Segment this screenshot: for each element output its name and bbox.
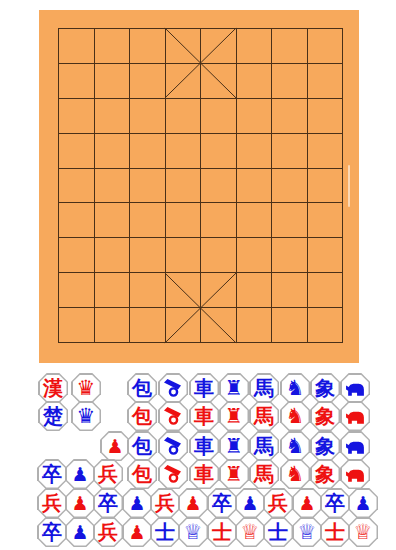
board-cell xyxy=(308,64,344,99)
board-cell xyxy=(59,273,95,308)
tray-piece-pawn-char-zu-blue[interactable]: 卒 xyxy=(93,488,123,518)
tray-piece-pawn-icon-blue[interactable]: ♟ xyxy=(65,459,95,489)
tray-piece-elephant-char-blue[interactable]: 象 xyxy=(310,373,340,403)
advisor-icon-glyph: ♕ xyxy=(241,522,260,543)
cannon-char-glyph: 包 xyxy=(132,436,152,456)
pawn-char-zu-glyph: 卒 xyxy=(325,493,345,513)
pawn-char-bing-glyph: 兵 xyxy=(155,493,175,513)
board-cell xyxy=(272,134,308,169)
board-cell xyxy=(166,134,202,169)
board-cell xyxy=(237,29,273,64)
tray-piece-pawn-char-zu-blue[interactable]: 卒 xyxy=(320,488,350,518)
chariot-char-glyph: 車 xyxy=(194,378,214,398)
board-cell xyxy=(95,99,131,134)
tray-piece-knight-icon-red[interactable]: ♞ xyxy=(280,401,310,431)
board-cell xyxy=(130,29,166,64)
tray-piece-elephant-char-red[interactable]: 象 xyxy=(310,401,340,431)
pawn-char-bing-glyph: 兵 xyxy=(42,493,62,513)
tray-piece-advisor-char-blue[interactable]: 士 xyxy=(150,517,180,547)
board-cell xyxy=(59,99,95,134)
board-cell xyxy=(308,169,344,204)
tray-piece-cannon-icon-red[interactable] xyxy=(158,401,188,431)
elephant-char-glyph: 象 xyxy=(315,406,335,426)
tray-piece-pawn-char-bing-red[interactable]: 兵 xyxy=(93,517,123,547)
tray-piece-pawn-char-bing-red[interactable]: 兵 xyxy=(37,488,67,518)
board-cell xyxy=(95,308,131,343)
chariot-char-glyph: 車 xyxy=(194,464,214,484)
board-cell xyxy=(237,238,273,273)
pawn-icon-glyph: ♟ xyxy=(354,494,371,513)
board-cell xyxy=(59,64,95,99)
advisor-char-glyph: 士 xyxy=(268,522,288,542)
pawn-icon-glyph: ♟ xyxy=(71,465,88,484)
tray-piece-cannon-char-blue[interactable]: 包 xyxy=(127,431,157,461)
board-cell xyxy=(95,134,131,169)
board-cell xyxy=(95,169,131,204)
board-grid xyxy=(58,28,343,343)
board-cell xyxy=(130,169,166,204)
xiangqi-app: 漢♛包車♜馬♞象楚♛包車♜馬♞象♟包車♜馬♞象卒♟兵包車♜馬♞象兵♟卒♟兵♟卒♟… xyxy=(0,0,396,550)
tray-piece-king-char-chu-blue[interactable]: 楚 xyxy=(38,401,68,431)
tray-piece-cannon-icon-red[interactable] xyxy=(158,459,188,489)
tray-piece-pawn-char-zu-blue[interactable]: 卒 xyxy=(37,517,67,547)
horse-char-glyph: 馬 xyxy=(254,436,274,456)
board-cell xyxy=(308,203,344,238)
board-cell xyxy=(201,64,237,99)
board-cell xyxy=(166,238,202,273)
king-icon-glyph: ♛ xyxy=(77,378,96,399)
knight-icon-glyph: ♞ xyxy=(286,378,305,399)
tray-piece-knight-icon-blue[interactable]: ♞ xyxy=(280,431,310,461)
cannon-char-glyph: 包 xyxy=(132,406,152,426)
board-cell xyxy=(201,238,237,273)
advisor-char-glyph: 士 xyxy=(325,522,345,542)
board-cell xyxy=(272,99,308,134)
board-cell xyxy=(130,99,166,134)
rook-icon-glyph: ♜ xyxy=(225,406,244,427)
board-cell xyxy=(130,273,166,308)
tray-piece-pawn-icon-red[interactable]: ♟ xyxy=(178,488,208,518)
tray-piece-chariot-char-blue[interactable]: 車 xyxy=(189,373,219,403)
cannon-icon xyxy=(163,378,183,398)
board-cell xyxy=(166,273,202,308)
tray-piece-elephant-char-red[interactable]: 象 xyxy=(310,459,340,489)
board-cell xyxy=(95,273,131,308)
board-cell xyxy=(130,64,166,99)
board-cell xyxy=(308,99,344,134)
board-cell xyxy=(201,29,237,64)
tray-piece-pawn-char-bing-red[interactable]: 兵 xyxy=(150,488,180,518)
advisor-icon-glyph: ♕ xyxy=(298,522,317,543)
pawn-icon-glyph: ♟ xyxy=(298,494,315,513)
board-cell xyxy=(272,64,308,99)
board-cell xyxy=(59,29,95,64)
tray-piece-cannon-char-blue[interactable]: 包 xyxy=(127,373,157,403)
tray-piece-elephant-char-blue[interactable]: 象 xyxy=(310,431,340,461)
board-cell xyxy=(201,169,237,204)
board-cell xyxy=(237,308,273,343)
board-cell xyxy=(272,273,308,308)
tray-piece-advisor-char-blue[interactable]: 士 xyxy=(263,517,293,547)
board-cell xyxy=(237,99,273,134)
elephant-icon xyxy=(345,406,366,427)
board-cell xyxy=(166,308,202,343)
board-cell xyxy=(166,99,202,134)
board-cell xyxy=(237,134,273,169)
tray-piece-elephant-icon-red[interactable] xyxy=(340,459,370,489)
board-cell xyxy=(201,99,237,134)
board-cell xyxy=(95,203,131,238)
board-cell xyxy=(95,238,131,273)
board-cell xyxy=(201,203,237,238)
board-cell xyxy=(272,238,308,273)
tray-piece-pawn-icon-red[interactable]: ♟ xyxy=(100,431,130,461)
knight-icon-glyph: ♞ xyxy=(286,406,305,427)
pawn-icon-glyph: ♟ xyxy=(71,523,88,542)
pawn-icon-glyph: ♟ xyxy=(128,494,145,513)
tray-piece-horse-char-blue[interactable]: 馬 xyxy=(249,431,279,461)
board-cell xyxy=(237,203,273,238)
pawn-icon-glyph: ♟ xyxy=(71,494,88,513)
cannon-char-glyph: 包 xyxy=(132,464,152,484)
elephant-char-glyph: 象 xyxy=(315,378,335,398)
board-cell xyxy=(166,203,202,238)
board-cell xyxy=(166,64,202,99)
tray-piece-rook-icon-blue[interactable]: ♜ xyxy=(219,431,249,461)
board-cell xyxy=(272,203,308,238)
elephant-icon xyxy=(345,464,366,485)
board-cell xyxy=(201,134,237,169)
elephant-icon xyxy=(345,436,366,457)
board-cell xyxy=(166,169,202,204)
king-icon-glyph: ♛ xyxy=(77,406,96,427)
chariot-char-glyph: 車 xyxy=(194,436,214,456)
board-cell xyxy=(308,273,344,308)
pawn-icon-glyph: ♟ xyxy=(106,437,123,456)
tray-piece-cannon-icon-blue[interactable] xyxy=(158,373,188,403)
horse-char-glyph: 馬 xyxy=(254,378,274,398)
board-cell xyxy=(59,169,95,204)
tray-piece-horse-char-red[interactable]: 馬 xyxy=(249,459,279,489)
advisor-char-glyph: 士 xyxy=(155,522,175,542)
advisor-icon-glyph: ♕ xyxy=(354,522,373,543)
tray-piece-pawn-icon-blue[interactable]: ♟ xyxy=(122,488,152,518)
board-cell xyxy=(59,238,95,273)
board-cell xyxy=(95,64,131,99)
elephant-char-glyph: 象 xyxy=(315,464,335,484)
tray-piece-king-icon-red[interactable]: ♛ xyxy=(71,373,101,403)
board-cell xyxy=(166,29,202,64)
xiangqi-board[interactable] xyxy=(39,10,359,363)
tray-piece-chariot-char-blue[interactable]: 車 xyxy=(189,431,219,461)
tray-piece-advisor-icon-red[interactable]: ♕ xyxy=(235,517,265,547)
rook-icon-glyph: ♜ xyxy=(225,378,244,399)
board-cell xyxy=(237,64,273,99)
tray-piece-rook-icon-blue[interactable]: ♜ xyxy=(219,373,249,403)
board-cell xyxy=(272,308,308,343)
tray-piece-rook-icon-red[interactable]: ♜ xyxy=(219,401,249,431)
pawn-char-zu-glyph: 卒 xyxy=(212,493,232,513)
cannon-icon xyxy=(163,436,183,456)
tray-piece-knight-icon-blue[interactable]: ♞ xyxy=(280,373,310,403)
king-char-han-glyph: 漢 xyxy=(43,378,63,398)
tray-piece-pawn-icon-blue[interactable]: ♟ xyxy=(348,488,378,518)
tray-piece-chariot-char-red[interactable]: 車 xyxy=(189,401,219,431)
board-cell xyxy=(201,308,237,343)
pawn-char-zu-glyph: 卒 xyxy=(42,464,62,484)
chariot-char-glyph: 車 xyxy=(194,406,214,426)
tray-piece-rook-icon-red[interactable]: ♜ xyxy=(219,459,249,489)
cannon-icon xyxy=(163,464,183,484)
king-char-chu-glyph: 楚 xyxy=(43,406,63,426)
tray-piece-king-icon-blue[interactable]: ♛ xyxy=(71,401,101,431)
tray-piece-horse-char-red[interactable]: 馬 xyxy=(249,401,279,431)
tray-piece-pawn-icon-red[interactable]: ♟ xyxy=(122,517,152,547)
elephant-icon xyxy=(345,378,366,399)
tray-piece-advisor-char-red[interactable]: 士 xyxy=(320,517,350,547)
tray-piece-pawn-icon-blue[interactable]: ♟ xyxy=(65,517,95,547)
tray-piece-chariot-char-red[interactable]: 車 xyxy=(189,459,219,489)
cannon-char-glyph: 包 xyxy=(132,378,152,398)
advisor-char-glyph: 士 xyxy=(212,522,232,542)
board-cell xyxy=(59,308,95,343)
tray-piece-elephant-icon-blue[interactable] xyxy=(340,431,370,461)
board-cell xyxy=(237,169,273,204)
horse-char-glyph: 馬 xyxy=(254,406,274,426)
tray-piece-king-char-han-red[interactable]: 漢 xyxy=(38,373,68,403)
board-cell xyxy=(308,238,344,273)
pawn-char-zu-glyph: 卒 xyxy=(42,522,62,542)
pawn-char-bing-glyph: 兵 xyxy=(268,493,288,513)
tray-piece-knight-icon-red[interactable]: ♞ xyxy=(280,459,310,489)
tray-piece-pawn-char-bing-red[interactable]: 兵 xyxy=(93,459,123,489)
board-cell xyxy=(272,169,308,204)
tray-piece-horse-char-blue[interactable]: 馬 xyxy=(249,373,279,403)
horse-char-glyph: 馬 xyxy=(254,464,274,484)
tray-piece-pawn-icon-blue[interactable]: ♟ xyxy=(235,488,265,518)
board-cell xyxy=(130,203,166,238)
tray-piece-elephant-icon-blue[interactable] xyxy=(340,373,370,403)
tray-piece-pawn-char-zu-blue[interactable]: 卒 xyxy=(207,488,237,518)
board-cell xyxy=(237,273,273,308)
board-cell xyxy=(130,238,166,273)
pawn-icon-glyph: ♟ xyxy=(184,494,201,513)
pawn-char-bing-glyph: 兵 xyxy=(98,522,118,542)
board-highlight-marker xyxy=(348,165,350,207)
board-cell xyxy=(59,134,95,169)
tray-piece-pawn-char-bing-red[interactable]: 兵 xyxy=(263,488,293,518)
tray-piece-pawn-icon-red[interactable]: ♟ xyxy=(292,488,322,518)
board-cell xyxy=(308,29,344,64)
knight-icon-glyph: ♞ xyxy=(286,464,305,485)
knight-icon-glyph: ♞ xyxy=(286,436,305,457)
tray-piece-advisor-char-red[interactable]: 士 xyxy=(207,517,237,547)
pawn-char-bing-glyph: 兵 xyxy=(98,464,118,484)
rook-icon-glyph: ♜ xyxy=(225,436,244,457)
board-cell xyxy=(201,273,237,308)
advisor-icon-glyph: ♕ xyxy=(184,522,203,543)
tray-piece-cannon-icon-blue[interactable] xyxy=(158,431,188,461)
board-cell xyxy=(272,29,308,64)
tray-piece-advisor-icon-blue[interactable]: ♕ xyxy=(178,517,208,547)
board-cell xyxy=(308,308,344,343)
board-cell xyxy=(59,203,95,238)
tray-piece-cannon-char-red[interactable]: 包 xyxy=(127,401,157,431)
pawn-icon-glyph: ♟ xyxy=(128,523,145,542)
tray-piece-advisor-icon-red[interactable]: ♕ xyxy=(348,517,378,547)
elephant-char-glyph: 象 xyxy=(315,436,335,456)
tray-piece-pawn-icon-red[interactable]: ♟ xyxy=(65,488,95,518)
cannon-icon xyxy=(163,406,183,426)
tray-piece-cannon-char-red[interactable]: 包 xyxy=(127,459,157,489)
board-cell xyxy=(130,308,166,343)
tray-piece-advisor-icon-blue[interactable]: ♕ xyxy=(292,517,322,547)
tray-piece-elephant-icon-red[interactable] xyxy=(340,401,370,431)
board-cell xyxy=(308,134,344,169)
board-cell xyxy=(95,29,131,64)
pawn-icon-glyph: ♟ xyxy=(241,494,258,513)
rook-icon-glyph: ♜ xyxy=(225,464,244,485)
pawn-char-zu-glyph: 卒 xyxy=(98,493,118,513)
tray-piece-pawn-char-zu-blue[interactable]: 卒 xyxy=(37,459,67,489)
board-cell xyxy=(130,134,166,169)
